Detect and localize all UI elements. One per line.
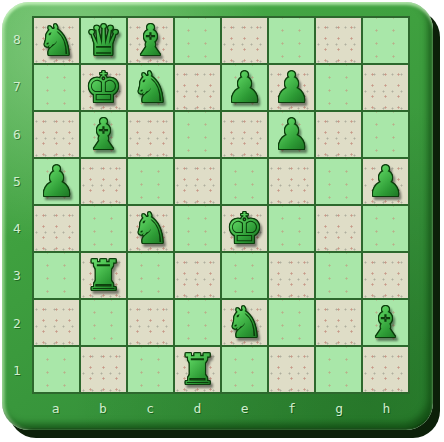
piece-bishop[interactable]: ♝: [132, 18, 170, 63]
square-a4[interactable]: [34, 206, 79, 251]
piece-knight[interactable]: ♞: [226, 300, 264, 345]
square-b7[interactable]: ♚: [81, 65, 126, 110]
square-e2[interactable]: ♞: [222, 300, 267, 345]
square-h8[interactable]: [363, 18, 408, 63]
square-e1[interactable]: [222, 347, 267, 392]
square-d5[interactable]: [175, 159, 220, 204]
file-labels: abcdefgh: [32, 394, 410, 422]
square-d3[interactable]: [175, 253, 220, 298]
square-a6[interactable]: [34, 112, 79, 157]
piece-bishop[interactable]: ♝: [85, 112, 123, 157]
square-e3[interactable]: [222, 253, 267, 298]
square-b2[interactable]: [81, 300, 126, 345]
square-c5[interactable]: [128, 159, 173, 204]
rank-label: 3: [2, 252, 32, 299]
file-label: g: [316, 394, 363, 422]
rank-labels: 87654321: [2, 16, 32, 394]
square-b5[interactable]: [81, 159, 126, 204]
square-d7[interactable]: [175, 65, 220, 110]
file-label: c: [127, 394, 174, 422]
rank-label: 1: [2, 347, 32, 394]
file-label: a: [32, 394, 79, 422]
square-g2[interactable]: [316, 300, 361, 345]
square-h6[interactable]: [363, 112, 408, 157]
rank-label: 7: [2, 63, 32, 110]
file-label: b: [79, 394, 126, 422]
piece-pawn[interactable]: ♟: [367, 159, 405, 204]
chess-board[interactable]: ♞♛♝♚♞♟♟♝♟♟♟♞♚♜♞♝♜: [32, 16, 410, 394]
rank-label: 5: [2, 158, 32, 205]
square-c6[interactable]: [128, 112, 173, 157]
square-g5[interactable]: [316, 159, 361, 204]
piece-rook[interactable]: ♜: [179, 347, 217, 392]
square-d4[interactable]: [175, 206, 220, 251]
square-e6[interactable]: [222, 112, 267, 157]
rank-label: 8: [2, 16, 32, 63]
square-a2[interactable]: [34, 300, 79, 345]
square-d6[interactable]: [175, 112, 220, 157]
green-chessboard-window: 87654321 abcdefgh ♞♛♝♚♞♟♟♝♟♟♟♞♚♜♞♝♜: [0, 0, 444, 442]
square-f8[interactable]: [269, 18, 314, 63]
piece-pawn[interactable]: ♟: [226, 65, 264, 110]
square-d2[interactable]: [175, 300, 220, 345]
square-a1[interactable]: [34, 347, 79, 392]
square-a3[interactable]: [34, 253, 79, 298]
file-label: h: [363, 394, 410, 422]
square-g3[interactable]: [316, 253, 361, 298]
square-b6[interactable]: ♝: [81, 112, 126, 157]
square-f5[interactable]: [269, 159, 314, 204]
square-e8[interactable]: [222, 18, 267, 63]
piece-pawn[interactable]: ♟: [38, 159, 76, 204]
file-label: f: [268, 394, 315, 422]
square-c4[interactable]: ♞: [128, 206, 173, 251]
piece-pawn[interactable]: ♟: [273, 112, 311, 157]
piece-bishop[interactable]: ♝: [367, 300, 405, 345]
piece-knight[interactable]: ♞: [38, 18, 76, 63]
square-g8[interactable]: [316, 18, 361, 63]
square-d8[interactable]: [175, 18, 220, 63]
square-h3[interactable]: [363, 253, 408, 298]
square-e7[interactable]: ♟: [222, 65, 267, 110]
square-c7[interactable]: ♞: [128, 65, 173, 110]
square-g7[interactable]: [316, 65, 361, 110]
square-f2[interactable]: [269, 300, 314, 345]
square-a5[interactable]: ♟: [34, 159, 79, 204]
square-c3[interactable]: [128, 253, 173, 298]
square-c1[interactable]: [128, 347, 173, 392]
file-label: d: [174, 394, 221, 422]
rank-label: 6: [2, 111, 32, 158]
piece-knight[interactable]: ♞: [132, 206, 170, 251]
square-f6[interactable]: ♟: [269, 112, 314, 157]
piece-king[interactable]: ♚: [226, 206, 264, 251]
square-f4[interactable]: [269, 206, 314, 251]
square-b4[interactable]: [81, 206, 126, 251]
square-h5[interactable]: ♟: [363, 159, 408, 204]
piece-rook[interactable]: ♜: [85, 253, 123, 298]
square-b3[interactable]: ♜: [81, 253, 126, 298]
square-g1[interactable]: [316, 347, 361, 392]
square-h4[interactable]: [363, 206, 408, 251]
square-h7[interactable]: [363, 65, 408, 110]
square-c8[interactable]: ♝: [128, 18, 173, 63]
square-h1[interactable]: [363, 347, 408, 392]
square-c2[interactable]: [128, 300, 173, 345]
square-a8[interactable]: ♞: [34, 18, 79, 63]
piece-queen[interactable]: ♛: [85, 18, 123, 63]
square-g6[interactable]: [316, 112, 361, 157]
rank-label: 2: [2, 300, 32, 347]
piece-knight[interactable]: ♞: [132, 65, 170, 110]
file-label: e: [221, 394, 268, 422]
square-h2[interactable]: ♝: [363, 300, 408, 345]
square-f3[interactable]: [269, 253, 314, 298]
square-b1[interactable]: [81, 347, 126, 392]
square-f7[interactable]: ♟: [269, 65, 314, 110]
square-f1[interactable]: [269, 347, 314, 392]
square-d1[interactable]: ♜: [175, 347, 220, 392]
board-frame: 87654321 abcdefgh ♞♛♝♚♞♟♟♝♟♟♟♞♚♜♞♝♜: [2, 2, 433, 430]
square-e5[interactable]: [222, 159, 267, 204]
rank-label: 4: [2, 205, 32, 252]
square-g4[interactable]: [316, 206, 361, 251]
square-b8[interactable]: ♛: [81, 18, 126, 63]
piece-king[interactable]: ♚: [85, 65, 123, 110]
piece-pawn[interactable]: ♟: [273, 65, 311, 110]
square-a7[interactable]: [34, 65, 79, 110]
square-e4[interactable]: ♚: [222, 206, 267, 251]
